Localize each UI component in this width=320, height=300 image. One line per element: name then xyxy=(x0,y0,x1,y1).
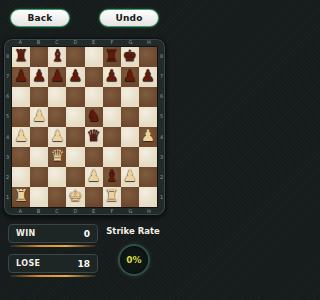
square-d2[interactable] xyxy=(66,167,84,187)
square-f2[interactable]: ♝ xyxy=(103,167,121,187)
square-e7[interactable] xyxy=(85,67,103,87)
square-c8[interactable]: ♝ xyxy=(48,47,66,67)
square-h8[interactable] xyxy=(139,47,157,67)
piece-black-pawn[interactable]: ♟ xyxy=(50,68,64,84)
coord-label: 5 xyxy=(4,114,11,119)
square-f7[interactable]: ♟ xyxy=(103,67,121,87)
win-counter: WIN 0 xyxy=(8,224,98,243)
piece-white-pawn[interactable]: ♟ xyxy=(123,168,137,184)
square-b3[interactable] xyxy=(30,147,48,167)
square-h1[interactable] xyxy=(139,187,157,207)
square-e4[interactable]: ♛ xyxy=(85,127,103,147)
piece-white-pawn[interactable]: ♟ xyxy=(14,128,28,144)
lose-counter: LOSE 18 xyxy=(8,254,98,273)
coord-label: E xyxy=(85,209,103,214)
square-f4[interactable] xyxy=(103,127,121,147)
lose-label: LOSE xyxy=(16,259,40,268)
square-a8[interactable]: ♜ xyxy=(12,47,30,67)
coord-label: E xyxy=(85,40,103,45)
square-f3[interactable] xyxy=(103,147,121,167)
square-g4[interactable] xyxy=(121,127,139,147)
coord-label: 6 xyxy=(4,94,11,99)
square-h3[interactable] xyxy=(139,147,157,167)
square-c6[interactable] xyxy=(48,87,66,107)
coord-label: C xyxy=(48,40,66,45)
square-b4[interactable] xyxy=(30,127,48,147)
piece-black-queen[interactable]: ♛ xyxy=(86,128,100,144)
coord-label: 5 xyxy=(158,114,165,119)
coord-label: 1 xyxy=(158,195,165,200)
square-d1[interactable]: ♚ xyxy=(66,187,84,207)
board-coords-left: 87654321 xyxy=(4,46,11,208)
piece-black-pawn[interactable]: ♟ xyxy=(68,68,82,84)
square-c4[interactable]: ♟ xyxy=(48,127,66,147)
square-h4[interactable]: ♟ xyxy=(139,127,157,147)
lose-value: 18 xyxy=(77,259,90,269)
coord-label: C xyxy=(48,209,66,214)
square-f5[interactable] xyxy=(103,107,121,127)
square-d5[interactable] xyxy=(66,107,84,127)
stats-panel: WIN 0 LOSE 18 Strike Rate 0% xyxy=(0,216,169,300)
piece-black-pawn[interactable]: ♟ xyxy=(32,68,46,84)
coord-label: A xyxy=(11,209,29,214)
coord-label: 2 xyxy=(158,175,165,180)
strike-rate-value: 0% xyxy=(126,255,141,265)
coord-label: F xyxy=(103,209,121,214)
win-value: 0 xyxy=(84,229,90,239)
coord-label: A xyxy=(11,40,29,45)
piece-black-pawn[interactable]: ♟ xyxy=(14,68,28,84)
square-b8[interactable] xyxy=(30,47,48,67)
square-c7[interactable]: ♟ xyxy=(48,67,66,87)
board-squares: ♜♝♜♚♟♟♟♟♟♟♟♟♞♟♟♛♟♛♟♝♟♜♚♜ xyxy=(11,46,158,208)
coord-label: B xyxy=(29,209,47,214)
piece-black-rook[interactable]: ♜ xyxy=(14,48,28,64)
square-g1[interactable] xyxy=(121,187,139,207)
square-h5[interactable] xyxy=(139,107,157,127)
coord-label: 8 xyxy=(158,54,165,59)
piece-black-bishop[interactable]: ♝ xyxy=(50,48,64,64)
square-b2[interactable] xyxy=(30,167,48,187)
square-a5[interactable] xyxy=(12,107,30,127)
piece-white-pawn[interactable]: ♟ xyxy=(86,168,100,184)
square-b6[interactable] xyxy=(30,87,48,107)
coord-label: 7 xyxy=(4,74,11,79)
undo-button[interactable]: Undo xyxy=(99,9,159,27)
coord-label: 6 xyxy=(158,94,165,99)
coord-label: D xyxy=(66,40,84,45)
square-a4[interactable]: ♟ xyxy=(12,127,30,147)
piece-black-knight[interactable]: ♞ xyxy=(86,108,100,124)
piece-black-pawn[interactable]: ♟ xyxy=(105,68,119,84)
square-e5[interactable]: ♞ xyxy=(85,107,103,127)
square-h6[interactable] xyxy=(139,87,157,107)
square-g6[interactable] xyxy=(121,87,139,107)
square-c1[interactable] xyxy=(48,187,66,207)
coord-label: G xyxy=(121,209,139,214)
square-g7[interactable]: ♟ xyxy=(121,67,139,87)
piece-white-rook[interactable]: ♜ xyxy=(105,188,119,204)
win-accent-line xyxy=(10,245,96,247)
square-h2[interactable] xyxy=(139,167,157,187)
square-f6[interactable] xyxy=(103,87,121,107)
square-g3[interactable] xyxy=(121,147,139,167)
square-d4[interactable] xyxy=(66,127,84,147)
piece-black-bishop[interactable]: ♝ xyxy=(105,168,119,184)
square-d7[interactable]: ♟ xyxy=(66,67,84,87)
square-g2[interactable]: ♟ xyxy=(121,167,139,187)
square-e1[interactable] xyxy=(85,187,103,207)
coord-label: D xyxy=(66,209,84,214)
piece-white-pawn[interactable]: ♟ xyxy=(32,108,46,124)
coord-label: 3 xyxy=(158,155,165,160)
chess-board: ABCDEFGH 87654321 ♜♝♜♚♟♟♟♟♟♟♟♟♞♟♟♛♟♛♟♝♟♜… xyxy=(3,38,166,216)
coord-label: F xyxy=(103,40,121,45)
coord-label: 4 xyxy=(158,135,165,140)
square-c5[interactable] xyxy=(48,107,66,127)
win-label: WIN xyxy=(16,229,36,238)
strike-rate-label: Strike Rate xyxy=(100,226,166,236)
square-b7[interactable]: ♟ xyxy=(30,67,48,87)
piece-white-rook[interactable]: ♜ xyxy=(14,188,28,204)
top-bar: Back Undo xyxy=(0,0,169,36)
square-h7[interactable]: ♟ xyxy=(139,67,157,87)
piece-white-pawn[interactable]: ♟ xyxy=(50,128,64,144)
coord-label: H xyxy=(140,40,158,45)
square-e3[interactable] xyxy=(85,147,103,167)
piece-white-pawn[interactable]: ♟ xyxy=(141,128,155,144)
coord-label: G xyxy=(121,40,139,45)
coord-label: H xyxy=(140,209,158,214)
coord-label: 3 xyxy=(4,155,11,160)
piece-black-king[interactable]: ♚ xyxy=(123,48,137,64)
board-coords-bottom: ABCDEFGH xyxy=(11,208,158,215)
square-d3[interactable] xyxy=(66,147,84,167)
square-a1[interactable]: ♜ xyxy=(12,187,30,207)
coord-label: 8 xyxy=(4,54,11,59)
square-e8[interactable] xyxy=(85,47,103,67)
square-b5[interactable]: ♟ xyxy=(30,107,48,127)
square-f1[interactable]: ♜ xyxy=(103,187,121,207)
coord-label: 1 xyxy=(4,195,11,200)
piece-white-queen[interactable]: ♛ xyxy=(50,148,64,164)
square-a6[interactable] xyxy=(12,87,30,107)
square-d8[interactable] xyxy=(66,47,84,67)
square-a2[interactable] xyxy=(12,167,30,187)
lose-accent-line xyxy=(10,275,96,277)
square-a7[interactable]: ♟ xyxy=(12,67,30,87)
square-g8[interactable]: ♚ xyxy=(121,47,139,67)
coord-label: 7 xyxy=(158,74,165,79)
back-button[interactable]: Back xyxy=(10,9,70,27)
board-coords-right: 87654321 xyxy=(158,46,165,208)
square-g5[interactable] xyxy=(121,107,139,127)
coord-label: 2 xyxy=(4,175,11,180)
square-c2[interactable] xyxy=(48,167,66,187)
square-b1[interactable] xyxy=(30,187,48,207)
coord-label: 4 xyxy=(4,135,11,140)
piece-black-rook[interactable]: ♜ xyxy=(105,48,119,64)
piece-black-pawn[interactable]: ♟ xyxy=(141,68,155,84)
square-a3[interactable] xyxy=(12,147,30,167)
square-f8[interactable]: ♜ xyxy=(103,47,121,67)
square-e2[interactable]: ♟ xyxy=(85,167,103,187)
square-d6[interactable] xyxy=(66,87,84,107)
board-coords-top: ABCDEFGH xyxy=(11,39,158,46)
strike-rate-badge: 0% xyxy=(118,244,150,276)
piece-black-pawn[interactable]: ♟ xyxy=(123,68,137,84)
coord-label: B xyxy=(29,40,47,45)
square-c3[interactable]: ♛ xyxy=(48,147,66,167)
piece-white-king[interactable]: ♚ xyxy=(68,188,82,204)
square-e6[interactable] xyxy=(85,87,103,107)
